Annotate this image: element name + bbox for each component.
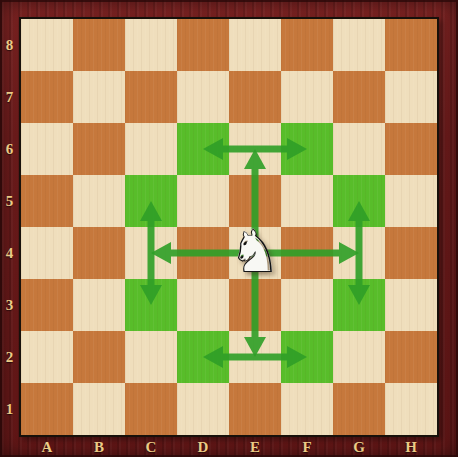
file-label-E: E: [229, 437, 281, 457]
rank-label-7: 7: [0, 71, 19, 123]
rank-label-4: 4: [0, 227, 19, 279]
file-label-B: B: [73, 437, 125, 457]
piece-layer: ♞♘: [21, 19, 437, 435]
file-label-A: A: [21, 437, 73, 457]
file-label-H: H: [385, 437, 437, 457]
file-label-F: F: [281, 437, 333, 457]
rank-label-1: 1: [0, 383, 19, 435]
file-label-G: G: [333, 437, 385, 457]
file-label-C: C: [125, 437, 177, 457]
file-label-D: D: [177, 437, 229, 457]
rank-label-2: 2: [0, 331, 19, 383]
rank-label-5: 5: [0, 175, 19, 227]
rank-label-8: 8: [0, 19, 19, 71]
rank-label-3: 3: [0, 279, 19, 331]
chess-board-frame: ♞♘ 87654321 ABCDEFGH: [0, 0, 458, 457]
white-knight[interactable]: ♞♘: [229, 227, 281, 279]
piece-outline-glyph: ♘: [228, 221, 282, 281]
chess-board: ♞♘: [19, 17, 439, 437]
rank-label-6: 6: [0, 123, 19, 175]
